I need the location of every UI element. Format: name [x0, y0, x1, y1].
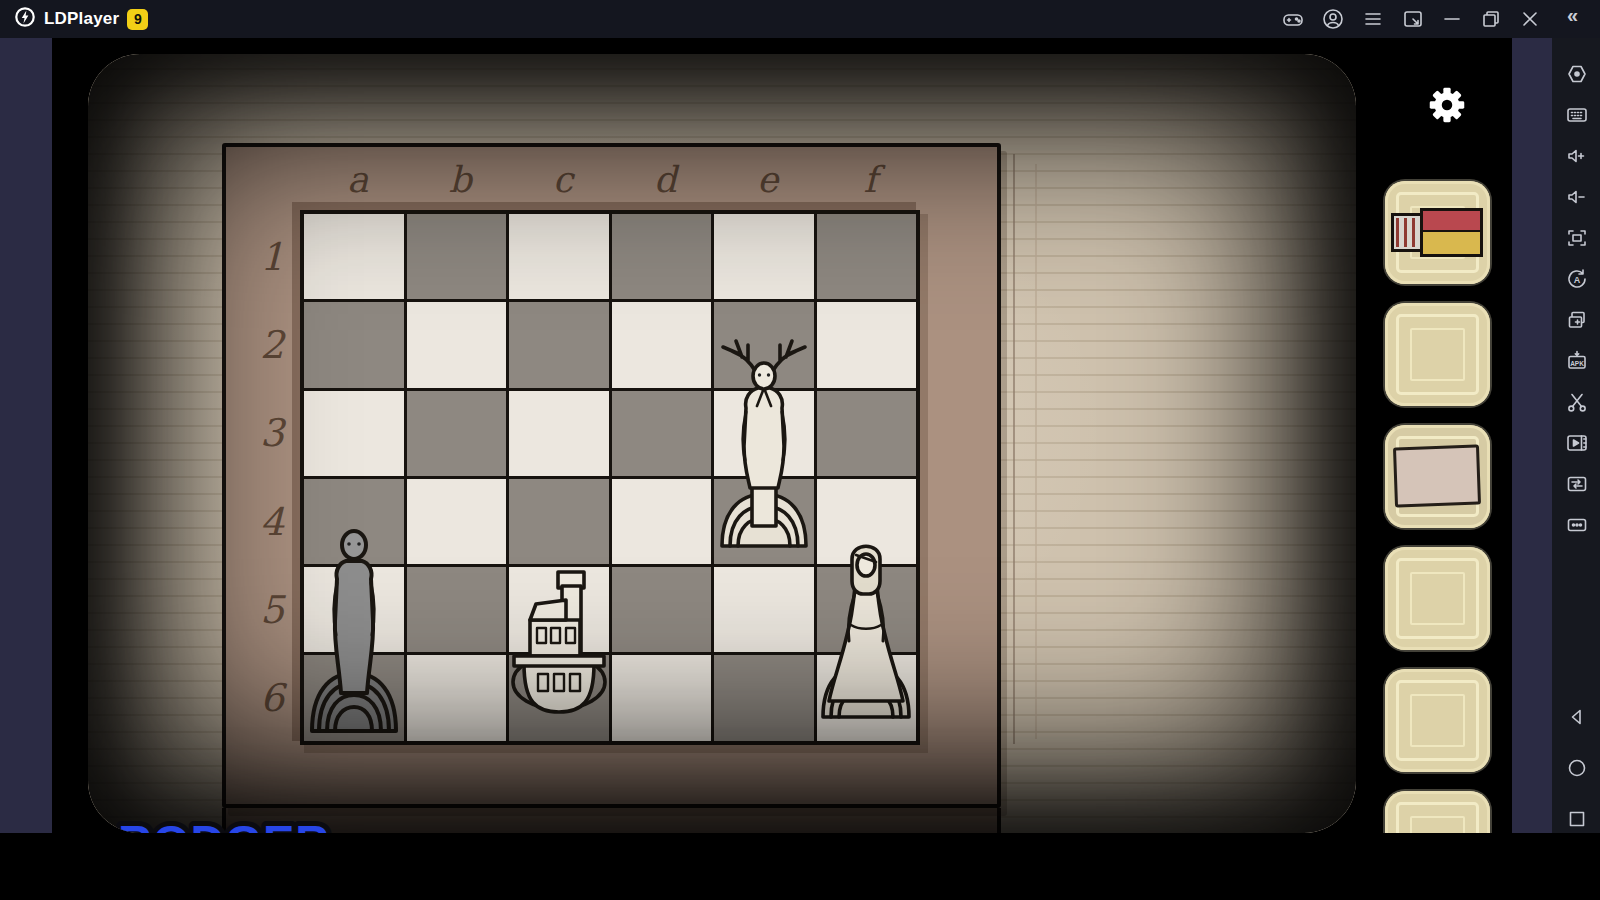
square-d5[interactable] — [612, 567, 712, 652]
left-margin-strip — [0, 38, 52, 833]
install-apk-icon[interactable]: APK — [1565, 349, 1589, 373]
virtual-keyboard-icon[interactable] — [1565, 103, 1589, 127]
screenshot-icon[interactable] — [1565, 390, 1589, 414]
file-label-f: f — [864, 159, 877, 200]
inventory-slot-2[interactable] — [1385, 303, 1490, 406]
settings-gear-icon[interactable] — [1424, 82, 1470, 128]
svg-text:RODGER: RODGER — [118, 815, 330, 833]
nav-back-icon[interactable] — [1565, 705, 1589, 729]
file-label-a: a — [347, 159, 368, 200]
matchbox-cover — [1420, 208, 1483, 257]
square-b3[interactable] — [407, 391, 507, 476]
rank-label-3: 3 — [260, 411, 284, 455]
collapse-sidebar-icon[interactable]: « — [1567, 4, 1578, 27]
piece-deer-man-e4[interactable] — [706, 330, 822, 550]
more-options-icon[interactable] — [1565, 513, 1589, 537]
rank-label-5: 5 — [260, 588, 284, 632]
rank-label-2: 2 — [260, 323, 284, 367]
square-b5[interactable] — [407, 567, 507, 652]
version-badge: 9 — [127, 9, 148, 30]
square-c1[interactable] — [509, 214, 609, 299]
titlebar: LDPlayer 9 « — [0, 0, 1600, 38]
wall-groove-line — [1013, 154, 1015, 744]
close-icon[interactable] — [1518, 7, 1542, 31]
square-a3[interactable] — [304, 391, 404, 476]
operation-recorder-icon[interactable] — [1565, 62, 1589, 86]
game-viewport: abcdef 123456 — [52, 38, 1512, 833]
square-d6[interactable] — [612, 655, 712, 740]
window-resize-icon[interactable] — [1401, 7, 1425, 31]
volume-up-icon[interactable] — [1565, 144, 1589, 168]
game-scene: abcdef 123456 — [88, 54, 1356, 833]
volume-down-icon[interactable] — [1565, 185, 1589, 209]
app-title: LDPlayer — [44, 9, 119, 29]
square-d4[interactable] — [612, 479, 712, 564]
shared-folder-icon[interactable] — [1565, 472, 1589, 496]
square-c3[interactable] — [509, 391, 609, 476]
account-icon[interactable] — [1321, 7, 1345, 31]
multi-instance-icon[interactable] — [1565, 308, 1589, 332]
nav-home-icon[interactable] — [1565, 756, 1589, 780]
square-b2[interactable] — [407, 302, 507, 387]
wall-groove-line — [1035, 164, 1037, 739]
slot-inner-outline — [1410, 694, 1465, 747]
rank-label-4: 4 — [260, 500, 284, 544]
inventory-slot-1-matchbox[interactable] — [1385, 181, 1490, 284]
matchbox-item[interactable] — [1391, 208, 1483, 257]
square-b4[interactable] — [407, 479, 507, 564]
slot-inner-outline — [1410, 572, 1465, 625]
square-d2[interactable] — [612, 302, 712, 387]
inventory-slot-5[interactable] — [1385, 669, 1490, 772]
svg-text:A: A — [1574, 275, 1581, 285]
auto-rotate-icon[interactable]: A — [1565, 267, 1589, 291]
file-label-b: b — [449, 159, 472, 200]
square-b6[interactable] — [407, 655, 507, 740]
inventory-slot-3-paper[interactable] — [1385, 425, 1490, 528]
gamepad-icon[interactable] — [1281, 7, 1305, 31]
ldplayer-window: LDPlayer 9 « AAPK abcdef 123456 — [0, 0, 1600, 900]
piece-house-c6[interactable] — [500, 564, 618, 719]
square-e5[interactable] — [714, 567, 814, 652]
inventory-slot-4[interactable] — [1385, 547, 1490, 650]
file-label-d: d — [654, 159, 677, 200]
menu-icon[interactable] — [1361, 7, 1385, 31]
square-f2[interactable] — [817, 302, 917, 387]
square-c4[interactable] — [509, 479, 609, 564]
piece-woman-f6[interactable] — [811, 529, 921, 721]
square-c2[interactable] — [509, 302, 609, 387]
fullscreen-icon[interactable] — [1565, 226, 1589, 250]
sidebar-toolbar: AAPK — [1552, 38, 1600, 833]
bottom-letterbox-bar — [0, 833, 1600, 900]
rank-label-6: 6 — [260, 676, 284, 720]
piece-grey-man-a6[interactable] — [299, 521, 409, 733]
nav-recents-icon[interactable] — [1565, 807, 1589, 831]
ldplayer-logo-icon — [14, 6, 36, 32]
square-a2[interactable] — [304, 302, 404, 387]
right-margin-strip — [1512, 38, 1552, 833]
slot-inner-outline — [1410, 328, 1465, 381]
square-f3[interactable] — [817, 391, 917, 476]
file-label-e: e — [757, 159, 778, 200]
paper-item[interactable] — [1393, 445, 1481, 508]
square-a1[interactable] — [304, 214, 404, 299]
rank-label-1: 1 — [260, 235, 284, 279]
minimize-icon[interactable] — [1440, 7, 1464, 31]
square-e6[interactable] — [714, 655, 814, 740]
restore-icon[interactable] — [1479, 7, 1503, 31]
square-e1[interactable] — [714, 214, 814, 299]
screen-record-icon[interactable] — [1565, 431, 1589, 455]
square-d1[interactable] — [612, 214, 712, 299]
svg-text:APK: APK — [1570, 360, 1584, 367]
square-f1[interactable] — [817, 214, 917, 299]
file-label-c: c — [553, 159, 573, 200]
square-b1[interactable] — [407, 214, 507, 299]
square-d3[interactable] — [612, 391, 712, 476]
watermark-text: RODGER — [114, 812, 404, 833]
